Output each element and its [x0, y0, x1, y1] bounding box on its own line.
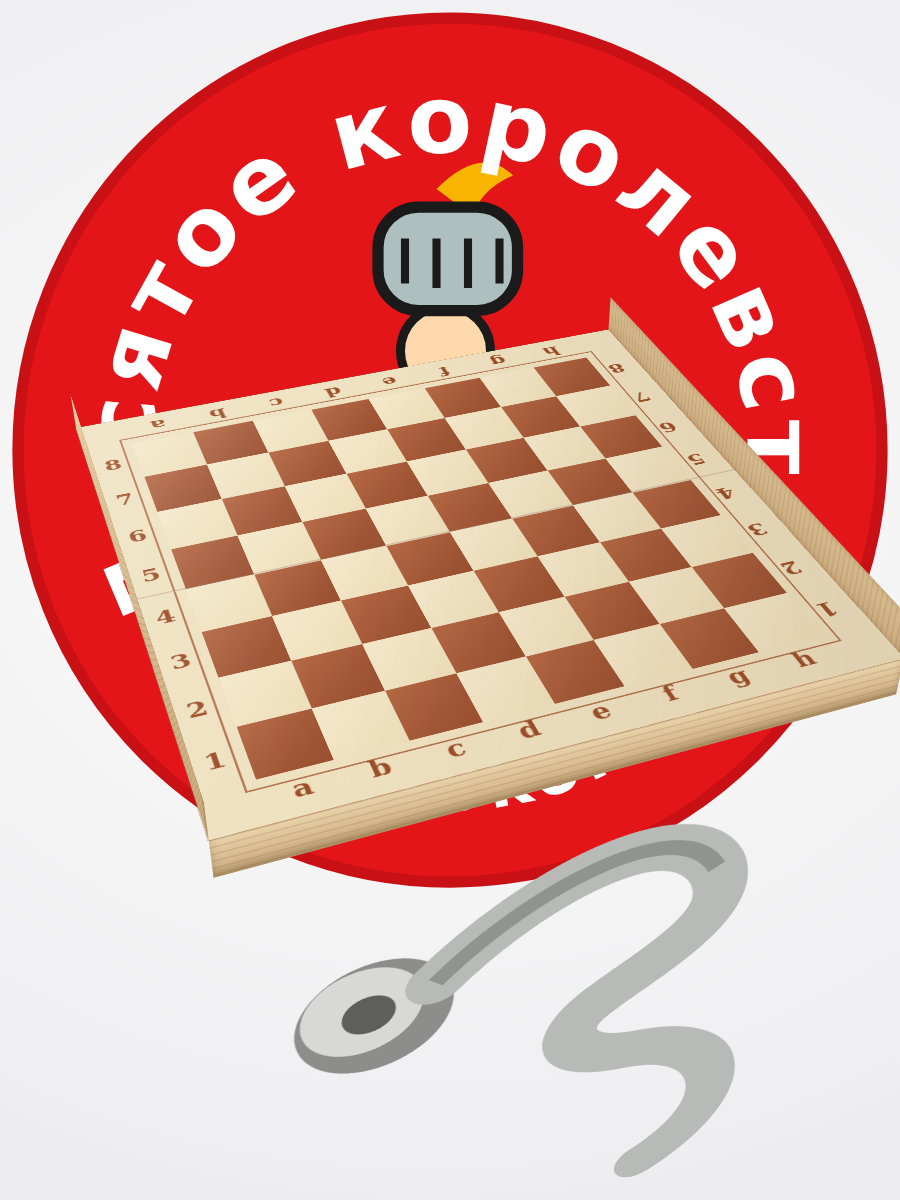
file-label-south-e: e: [572, 693, 630, 729]
file-label-north-g: g: [477, 351, 519, 371]
rank-label-west-4: 4: [140, 601, 190, 632]
file-label-north-a: a: [137, 414, 179, 436]
file-label-north-d: d: [312, 382, 354, 403]
rank-label-east-3: 3: [731, 516, 783, 543]
file-label-north-e: e: [368, 371, 410, 392]
photo-scene: aabbccddeeffgghh1122334455667788: [0, 0, 900, 1200]
rank-label-east-8: 8: [595, 358, 639, 378]
rank-label-west-6: 6: [114, 522, 160, 549]
file-label-north-f: f: [423, 361, 465, 381]
rank-label-west-8: 8: [91, 453, 134, 477]
rank-label-east-4: 4: [701, 480, 751, 505]
file-label-south-c: c: [427, 730, 485, 768]
rank-label-west-1: 1: [187, 741, 243, 780]
rank-label-west-3: 3: [155, 645, 207, 678]
file-label-south-f: f: [641, 676, 699, 711]
file-label-south-d: d: [500, 711, 558, 748]
file-label-north-b: b: [196, 403, 238, 425]
rank-label-west-5: 5: [127, 560, 175, 589]
rank-label-west-2: 2: [170, 691, 224, 727]
file-label-south-h: h: [775, 642, 833, 675]
file-label-south-a: a: [274, 768, 332, 808]
file-label-south-g: g: [709, 659, 767, 693]
product-photo: aabbccddeeffgghh1122334455667788: [0, 0, 900, 1200]
file-label-north-h: h: [530, 342, 572, 361]
checkers-board: aabbccddeeffgghh1122334455667788: [76, 330, 900, 841]
file-label-north-c: c: [255, 392, 297, 414]
file-label-south-b: b: [351, 749, 409, 788]
rank-label-west-7: 7: [102, 487, 147, 513]
